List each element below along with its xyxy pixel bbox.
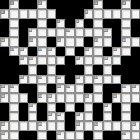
cell-r2c3[interactable] <box>19 9 28 18</box>
cell-r14c2[interactable] <box>9 121 18 130</box>
cell-r10c9[interactable] <box>75 84 84 93</box>
cell-r9c11[interactable]: 31 <box>93 75 102 84</box>
clue-number-17: 17 <box>10 47 15 51</box>
cell-r11c3[interactable] <box>19 93 28 102</box>
cell-r3c1 <box>0 19 9 28</box>
cell-r9c14 <box>121 75 130 84</box>
cell-r12c8[interactable] <box>65 103 74 112</box>
cell-r7c5[interactable] <box>37 56 46 65</box>
cell-r11c10[interactable]: 41 <box>84 93 93 102</box>
cell-r7c12[interactable]: 26 <box>103 56 112 65</box>
clue-number-44: 44 <box>103 103 108 107</box>
cell-r7c6[interactable] <box>47 56 56 65</box>
cell-r4c3 <box>19 28 28 37</box>
clue-number-23: 23 <box>19 56 24 60</box>
cell-r8c12[interactable] <box>103 65 112 74</box>
cell-r1c12 <box>103 0 112 9</box>
cell-r2c8 <box>65 9 74 18</box>
clue-number-24: 24 <box>28 56 33 60</box>
cell-r9c2 <box>9 75 18 84</box>
cell-r14c5[interactable]: 49 <box>37 121 46 130</box>
clue-number-27: 27 <box>19 75 24 79</box>
cell-r6c12 <box>103 47 112 56</box>
cell-r8c4[interactable] <box>28 65 37 74</box>
cell-r8c1 <box>0 65 9 74</box>
clue-number-18: 18 <box>19 47 24 51</box>
cell-r15c11[interactable] <box>93 131 102 140</box>
cell-r11c8[interactable] <box>65 93 74 102</box>
cell-r6c10[interactable]: 21 <box>84 47 93 56</box>
cell-r12c12[interactable]: 44 <box>103 103 112 112</box>
cell-r1c8 <box>65 0 74 9</box>
cell-r7c15 <box>131 56 140 65</box>
cell-r14c8 <box>65 121 74 130</box>
cell-r9c13[interactable] <box>112 75 121 84</box>
cell-r6c3[interactable]: 18 <box>19 47 28 56</box>
cell-r5c1[interactable]: 12 <box>0 37 9 46</box>
cell-r1c7 <box>56 0 65 9</box>
cell-r6c13[interactable]: 22 <box>112 47 121 56</box>
cell-r3c13 <box>112 19 121 28</box>
clue-number-42: 42 <box>112 94 117 98</box>
cell-r1c4 <box>28 0 37 9</box>
cell-r3c14[interactable] <box>121 19 130 28</box>
clue-number-16: 16 <box>122 38 127 42</box>
cell-r13c3 <box>19 112 28 121</box>
clue-number-34: 34 <box>56 84 61 88</box>
cell-r7c2 <box>9 56 18 65</box>
cell-r15c3 <box>19 131 28 140</box>
cell-r3c10 <box>84 19 93 28</box>
cell-r15c10 <box>84 131 93 140</box>
cell-r10c5[interactable] <box>37 84 46 93</box>
cell-r10c6 <box>47 84 56 93</box>
cell-r6c1 <box>0 47 9 56</box>
cell-r4c4[interactable]: 9 <box>28 28 37 37</box>
cell-r5c11[interactable]: 15 <box>93 37 102 46</box>
cell-r9c9[interactable]: 30 <box>75 75 84 84</box>
cell-r8c15 <box>131 65 140 74</box>
clue-number-35: 35 <box>66 84 71 88</box>
cell-r10c4 <box>28 84 37 93</box>
cell-r6c8[interactable] <box>65 47 74 56</box>
cell-r3c6 <box>47 19 56 28</box>
cell-r1c14[interactable]: 4 <box>121 0 130 9</box>
cell-r9c6[interactable] <box>47 75 56 84</box>
cell-r5c13 <box>112 37 121 46</box>
cell-r13c4[interactable] <box>28 112 37 121</box>
cell-r14c7[interactable] <box>56 121 65 130</box>
cell-r13c9[interactable]: 47 <box>75 112 84 121</box>
cell-r14c4[interactable] <box>28 121 37 130</box>
cell-r9c12[interactable] <box>103 75 112 84</box>
cell-r13c13 <box>112 112 121 121</box>
cell-r2c13[interactable] <box>112 9 121 18</box>
cell-r12c2[interactable] <box>9 103 18 112</box>
cell-r11c2[interactable] <box>9 93 18 102</box>
cell-r1c2[interactable]: 1 <box>9 0 18 9</box>
cell-r15c7[interactable]: 54 <box>56 131 65 140</box>
clue-number-45: 45 <box>47 112 52 116</box>
cell-r10c12 <box>103 84 112 93</box>
cell-r5c6 <box>47 37 56 46</box>
cell-r4c6[interactable] <box>47 28 56 37</box>
clue-number-55: 55 <box>122 131 127 135</box>
cell-r10c14[interactable]: 36 <box>121 84 130 93</box>
clue-number-52: 52 <box>131 122 136 126</box>
cell-r7c10[interactable] <box>84 56 93 65</box>
clue-number-38: 38 <box>1 94 6 98</box>
cell-r1c10 <box>84 0 93 9</box>
cell-r14c10[interactable] <box>84 121 93 130</box>
cell-r12c1 <box>0 103 9 112</box>
clue-number-37: 37 <box>131 84 136 88</box>
cell-r14c9[interactable]: 50 <box>75 121 84 130</box>
clue-number-8: 8 <box>75 19 79 23</box>
clue-number-20: 20 <box>47 47 52 51</box>
cell-r5c7[interactable]: 14 <box>56 37 65 46</box>
cell-r2c12[interactable] <box>103 9 112 18</box>
cell-r14c14[interactable] <box>121 121 130 130</box>
clue-number-7: 7 <box>56 19 60 23</box>
cell-r2c6[interactable] <box>47 9 56 18</box>
cell-r12c7 <box>56 103 65 112</box>
cell-r9c5[interactable]: 28 <box>37 75 46 84</box>
clue-number-15: 15 <box>94 38 99 42</box>
cell-r10c7[interactable]: 34 <box>56 84 65 93</box>
clue-number-39: 39 <box>38 94 43 98</box>
cell-r5c15[interactable] <box>131 37 140 46</box>
cell-r15c13 <box>112 131 121 140</box>
cell-r8c14 <box>121 65 130 74</box>
cell-r2c2[interactable] <box>9 9 18 18</box>
cell-r2c7 <box>56 9 65 18</box>
cell-r8c2 <box>9 65 18 74</box>
cell-r5c2[interactable] <box>9 37 18 46</box>
clue-number-48: 48 <box>1 122 6 126</box>
cell-r7c11[interactable] <box>93 56 102 65</box>
clue-number-28: 28 <box>38 75 43 79</box>
clue-number-40: 40 <box>47 94 52 98</box>
clue-number-30: 30 <box>75 75 80 79</box>
clue-number-43: 43 <box>28 103 33 107</box>
cell-r1c1 <box>0 0 9 9</box>
cell-r11c4 <box>28 93 37 102</box>
cell-r1c11[interactable]: 3 <box>93 0 102 9</box>
cell-r10c10 <box>84 84 93 93</box>
cell-r15c5[interactable] <box>37 131 46 140</box>
cell-r13c5 <box>37 112 46 121</box>
cell-r4c2[interactable] <box>9 28 18 37</box>
cell-r9c8 <box>65 75 74 84</box>
cell-r14c1[interactable]: 48 <box>0 121 9 130</box>
cell-r11c6[interactable]: 40 <box>47 93 56 102</box>
cell-r11c1[interactable]: 38 <box>0 93 9 102</box>
cell-r8c11 <box>93 65 102 74</box>
clue-number-54: 54 <box>56 131 61 135</box>
cell-r8c13 <box>112 65 121 74</box>
cell-r1c5[interactable]: 2 <box>37 0 46 9</box>
cell-r12c11 <box>93 103 102 112</box>
cell-r13c14[interactable] <box>121 112 130 121</box>
clue-number-26: 26 <box>103 56 108 60</box>
cell-r6c2[interactable]: 17 <box>9 47 18 56</box>
crossword-grid: 1234567891011121314151617181920212223242… <box>0 0 140 140</box>
cell-r12c14[interactable] <box>121 103 130 112</box>
cell-r2c15[interactable] <box>131 9 140 18</box>
cell-r3c2[interactable] <box>9 19 18 28</box>
cell-r8c5 <box>37 65 46 74</box>
cell-r9c1 <box>0 75 9 84</box>
cell-r12c4[interactable]: 43 <box>28 103 37 112</box>
cell-r3c9[interactable]: 8 <box>75 19 84 28</box>
cell-r12c5 <box>37 103 46 112</box>
cell-r15c4 <box>28 131 37 140</box>
clue-number-29: 29 <box>56 75 61 79</box>
cell-r8c6[interactable] <box>47 65 56 74</box>
cell-r6c4 <box>28 47 37 56</box>
cell-r6c6[interactable]: 20 <box>47 47 56 56</box>
cell-r9c10[interactable] <box>84 75 93 84</box>
cell-r3c7[interactable]: 7 <box>56 19 65 28</box>
cell-r14c12[interactable] <box>103 121 112 130</box>
clue-number-53: 53 <box>1 131 6 135</box>
cell-r6c7 <box>56 47 65 56</box>
cell-r4c11[interactable] <box>93 28 102 37</box>
cell-r9c4[interactable] <box>28 75 37 84</box>
cell-r7c7[interactable] <box>56 56 65 65</box>
cell-r4c13 <box>112 28 121 37</box>
cell-r13c8 <box>65 112 74 121</box>
cell-r4c10[interactable] <box>84 28 93 37</box>
cell-r4c15 <box>131 28 140 37</box>
clue-number-2: 2 <box>38 1 42 5</box>
cell-r12c3 <box>19 103 28 112</box>
clue-number-32: 32 <box>1 84 6 88</box>
clue-number-9: 9 <box>28 28 32 32</box>
cell-r5c5[interactable] <box>37 37 46 46</box>
cell-r3c3 <box>19 19 28 28</box>
cell-r10c13 <box>112 84 121 93</box>
cell-r1c3 <box>19 0 28 9</box>
cell-r1c6 <box>47 0 56 9</box>
cell-r4c14[interactable] <box>121 28 130 37</box>
clue-number-46: 46 <box>56 112 61 116</box>
cell-r13c6[interactable]: 45 <box>47 112 56 121</box>
clue-number-31: 31 <box>94 75 99 79</box>
cell-r10c3 <box>19 84 28 93</box>
cell-r12c15 <box>131 103 140 112</box>
cell-r15c14[interactable]: 55 <box>121 131 130 140</box>
cell-r8c9 <box>75 65 84 74</box>
cell-r9c7[interactable]: 29 <box>56 75 65 84</box>
cell-r12c6[interactable] <box>47 103 56 112</box>
cell-r11c5[interactable]: 39 <box>37 93 46 102</box>
clue-number-51: 51 <box>94 122 99 126</box>
cell-r9c3[interactable]: 27 <box>19 75 28 84</box>
cell-r14c6[interactable] <box>47 121 56 130</box>
cell-r3c5[interactable] <box>37 19 46 28</box>
clue-number-19: 19 <box>38 47 43 51</box>
cell-r7c14 <box>121 56 130 65</box>
clue-number-11: 11 <box>103 28 108 32</box>
cell-r1c15 <box>131 0 140 9</box>
clue-number-1: 1 <box>10 1 14 5</box>
cell-r8c7 <box>56 65 65 74</box>
clue-number-47: 47 <box>75 112 80 116</box>
clue-number-22: 22 <box>112 47 117 51</box>
cell-r3c4 <box>28 19 37 28</box>
cell-r5c12[interactable] <box>103 37 112 46</box>
clue-number-33: 33 <box>10 84 15 88</box>
cell-r11c11[interactable] <box>93 93 102 102</box>
cell-r2c11[interactable] <box>93 9 102 18</box>
clue-number-3: 3 <box>94 1 98 5</box>
cell-r13c11 <box>93 112 102 121</box>
clue-number-12: 12 <box>1 38 6 42</box>
cell-r10c8[interactable]: 35 <box>65 84 74 93</box>
cell-r2c9 <box>75 9 84 18</box>
cell-r13c1 <box>0 112 9 121</box>
cell-r14c15[interactable]: 52 <box>131 121 140 130</box>
cell-r6c5[interactable]: 19 <box>37 47 46 56</box>
cell-r13c7[interactable]: 46 <box>56 112 65 121</box>
cell-r4c8[interactable]: 10 <box>65 28 74 37</box>
cell-r10c2[interactable]: 33 <box>9 84 18 93</box>
cell-r13c10[interactable] <box>84 112 93 121</box>
cell-r4c9[interactable] <box>75 28 84 37</box>
cell-r1c9 <box>75 0 84 9</box>
clue-number-10: 10 <box>66 28 71 32</box>
cell-r3c15 <box>131 19 140 28</box>
cell-r14c11[interactable]: 51 <box>93 121 102 130</box>
cell-r11c14[interactable] <box>121 93 130 102</box>
cell-r14c13[interactable] <box>112 121 121 130</box>
cell-r15c12 <box>103 131 112 140</box>
clue-number-4: 4 <box>122 1 126 5</box>
cell-r8c3 <box>19 65 28 74</box>
cell-r14c3[interactable] <box>19 121 28 130</box>
cell-r5c9[interactable] <box>75 37 84 46</box>
cell-r5c14[interactable]: 16 <box>121 37 130 46</box>
cell-r7c4[interactable]: 24 <box>28 56 37 65</box>
cell-r7c8 <box>65 56 74 65</box>
clue-number-14: 14 <box>56 38 61 42</box>
clue-number-13: 13 <box>28 38 33 42</box>
cell-r8c10[interactable] <box>84 65 93 74</box>
cell-r6c15 <box>131 47 140 56</box>
cell-r3c12 <box>103 19 112 28</box>
cell-r11c13[interactable]: 42 <box>112 93 121 102</box>
cell-r12c9 <box>75 103 84 112</box>
cell-r11c15[interactable] <box>131 93 140 102</box>
clue-number-36: 36 <box>122 84 127 88</box>
cell-r3c8 <box>65 19 74 28</box>
cell-r13c12[interactable] <box>103 112 112 121</box>
cell-r13c2[interactable] <box>9 112 18 121</box>
cell-r5c10 <box>84 37 93 46</box>
cell-r4c1 <box>0 28 9 37</box>
cell-r3c11[interactable] <box>93 19 102 28</box>
cell-r4c5[interactable] <box>37 28 46 37</box>
cell-r7c3[interactable]: 23 <box>19 56 28 65</box>
cell-r9c15 <box>131 75 140 84</box>
cell-r5c8[interactable] <box>65 37 74 46</box>
clue-number-41: 41 <box>84 94 89 98</box>
cell-r2c14[interactable] <box>121 9 130 18</box>
cell-r7c9[interactable]: 25 <box>75 56 84 65</box>
clue-number-5: 5 <box>1 10 5 14</box>
cell-r6c11[interactable] <box>93 47 102 56</box>
cell-r15c9[interactable] <box>75 131 84 140</box>
cell-r15c6 <box>47 131 56 140</box>
clue-number-25: 25 <box>75 56 80 60</box>
cell-r11c7[interactable] <box>56 93 65 102</box>
cell-r1c13 <box>112 0 121 9</box>
cell-r15c1[interactable]: 53 <box>0 131 9 140</box>
cell-r2c4[interactable] <box>28 9 37 18</box>
cell-r11c9[interactable] <box>75 93 84 102</box>
cell-r15c8[interactable] <box>65 131 74 140</box>
cell-r12c10[interactable] <box>84 103 93 112</box>
cell-r15c2[interactable] <box>9 131 18 140</box>
cell-r10c11[interactable] <box>93 84 102 93</box>
cell-r10c15[interactable]: 37 <box>131 84 140 93</box>
cell-r15c15[interactable] <box>131 131 140 140</box>
cell-r7c13[interactable] <box>112 56 121 65</box>
cell-r7c1 <box>0 56 9 65</box>
cell-r11c12 <box>103 93 112 102</box>
cell-r2c1[interactable]: 5 <box>0 9 9 18</box>
clue-number-6: 6 <box>84 10 88 14</box>
clue-number-49: 49 <box>38 122 43 126</box>
cell-r8c8 <box>65 65 74 74</box>
cell-r13c15 <box>131 112 140 121</box>
cell-r6c9 <box>75 47 84 56</box>
cell-r6c14[interactable] <box>121 47 130 56</box>
cell-r4c12[interactable]: 11 <box>103 28 112 37</box>
clue-number-50: 50 <box>75 122 80 126</box>
cell-r10c1[interactable]: 32 <box>0 84 9 93</box>
cell-r5c4[interactable]: 13 <box>28 37 37 46</box>
cell-r4c7[interactable] <box>56 28 65 37</box>
cell-r5c3 <box>19 37 28 46</box>
cell-r2c10[interactable]: 6 <box>84 9 93 18</box>
clue-number-21: 21 <box>84 47 89 51</box>
cell-r2c5[interactable] <box>37 9 46 18</box>
cell-r12c13 <box>112 103 121 112</box>
